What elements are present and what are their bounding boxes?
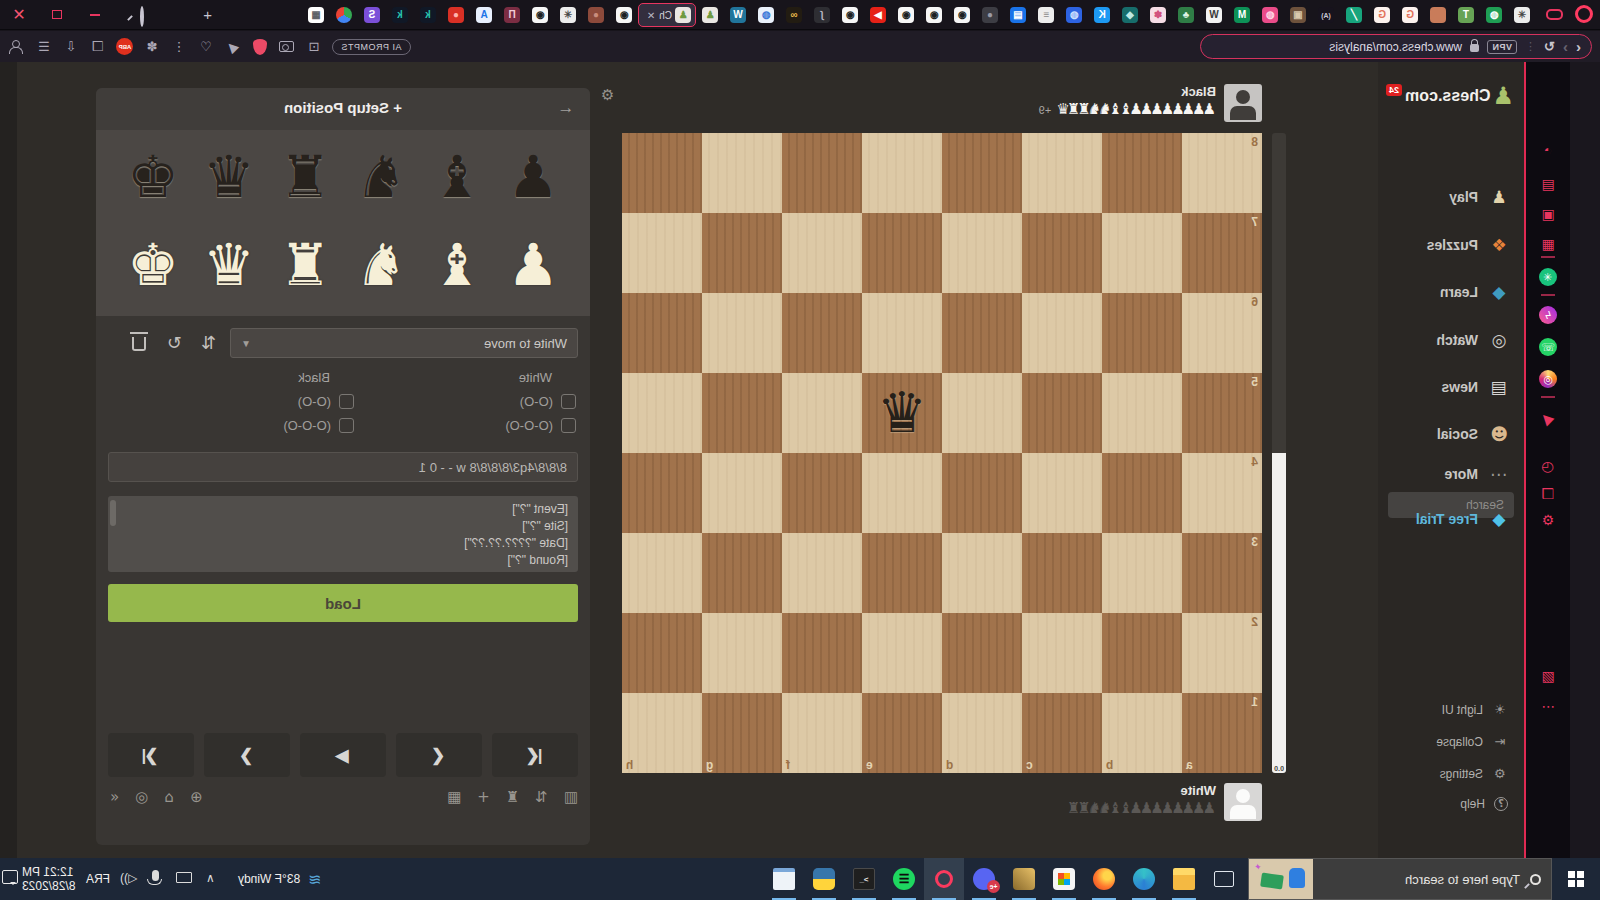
sidebar-item-social[interactable]: ☻Social	[1437, 423, 1510, 445]
palette-black-pawn[interactable]: ♟	[495, 134, 571, 220]
teal-k1-favicon: k	[420, 7, 436, 23]
social-icon: ☻	[1488, 423, 1510, 445]
board-square-b6[interactable]	[1102, 293, 1182, 373]
taskbar-apps: +e☰>_	[764, 858, 1244, 900]
sidebar-item-free-trial[interactable]: ◆Free Trial	[1416, 508, 1510, 530]
learn-icon: ◆	[1488, 281, 1510, 303]
analysis-report-icon[interactable]: ▥	[564, 788, 578, 806]
taskbar-app-discord[interactable]: +e	[964, 858, 1004, 900]
sidebar-item-learn[interactable]: ◆Learn	[1440, 281, 1510, 303]
sidebar-item-label: More	[1445, 466, 1478, 482]
active-tab-chesscom[interactable]: ♟Ch✕	[638, 3, 696, 27]
board-square-f7[interactable]	[782, 213, 862, 293]
sidebar-item-news[interactable]: ▤News	[1441, 376, 1510, 398]
gx-sidebar-gutter	[1570, 62, 1600, 858]
sidebar-footer-collapse[interactable]: ⇤Collapse	[1436, 734, 1508, 749]
active-tab-title: Ch	[659, 10, 672, 21]
tab-kde[interactable]: K	[1088, 3, 1116, 27]
green-m-favicon: M	[1234, 7, 1250, 23]
board-square-c6[interactable]	[1022, 293, 1102, 373]
black-piece-row: ♟♝♞♜♛♚	[115, 134, 571, 220]
board-square-h4[interactable]	[622, 453, 702, 533]
board-square-b2[interactable]	[1102, 613, 1182, 693]
tab-a-app[interactable]: (A)	[1312, 3, 1340, 27]
kde-favicon: K	[1094, 7, 1110, 23]
board-square-b4[interactable]	[1102, 453, 1182, 533]
white-captured-pieces: ♟♟♟♟♟♟♟♟♝♝♞♞♜♜	[1070, 799, 1216, 817]
tab-blue-globe[interactable]: ◍	[752, 3, 780, 27]
board-square-c2[interactable]	[1022, 613, 1102, 693]
board-square-f1[interactable]: f	[782, 693, 862, 773]
gx-corner-icon[interactable]	[1546, 9, 1563, 20]
black-captured-pieces: ♟♟♟♟♟♟♟♟♝♝♞♞♜♜♛+9	[1039, 100, 1216, 118]
sliders-icon[interactable]: ☰	[35, 38, 53, 56]
board-square-g7[interactable]	[702, 213, 782, 293]
move-navigation-buttons: |❮❮▶❯❯|	[108, 733, 578, 777]
gx-telegram-icon[interactable]: ▶	[1526, 408, 1570, 428]
board-square-a5[interactable]: 5	[1182, 373, 1262, 453]
tab-w-circle[interactable]: W	[1200, 3, 1228, 27]
palette-black-knight[interactable]: ♞	[343, 134, 419, 220]
tab-github-1[interactable]: ◉	[948, 3, 976, 27]
tab-teal-k1[interactable]: k	[414, 3, 442, 27]
board-square-d2[interactable]	[942, 613, 1022, 693]
gx-history-icon[interactable]: ◷	[1526, 456, 1570, 476]
board-square-e6[interactable]	[862, 293, 942, 373]
tab-chatgpt-2[interactable]: ✳	[554, 3, 582, 27]
file-label-a: a	[1186, 758, 1193, 772]
board-square-f5[interactable]	[782, 373, 862, 453]
white-player-name: White	[1181, 783, 1216, 798]
palette-white-rook[interactable]: ♜	[267, 222, 343, 308]
pgn-scrollbar-thumb[interactable]	[110, 500, 116, 526]
red-dot-favicon: ●	[448, 7, 464, 23]
board-square-c1[interactable]: c	[1022, 693, 1102, 773]
board-square-d5[interactable]	[942, 373, 1022, 453]
download-icon[interactable]: ⇩	[62, 38, 80, 56]
blue-dot-favicon: ◍	[1066, 7, 1082, 23]
taskbar-app-notepad[interactable]	[764, 858, 804, 900]
sidebar-item-label: Puzzles	[1427, 237, 1478, 253]
palette-white-pawn[interactable]: ♟	[495, 222, 571, 308]
tab-green-t[interactable]: T	[1452, 3, 1480, 27]
chess-tab-2-favicon: ♟	[702, 7, 718, 23]
gx-gx-corner-icon[interactable]: ◔	[1526, 140, 1570, 160]
board-square-d7[interactable]	[942, 213, 1022, 293]
turn-dropdown[interactable]: White to move ▼	[230, 328, 578, 358]
board-square-d1[interactable]: d	[942, 693, 1022, 773]
board-square-c8[interactable]	[1022, 133, 1102, 213]
ai-prompts-button[interactable]: AI PROMPTS	[332, 39, 411, 55]
go-start-button[interactable]: |❮	[492, 733, 578, 777]
taskbar-app-gold-app[interactable]	[1004, 858, 1044, 900]
panel-title: + Setup Position	[96, 99, 590, 116]
palette-black-queen[interactable]: ♛	[191, 134, 267, 220]
tab-integral[interactable]: ∫	[808, 3, 836, 27]
flip-board-icon[interactable]: ⇅	[535, 788, 548, 806]
pgn-line-1: [Event "?"]	[118, 501, 568, 518]
tray-expand-chevron[interactable]: ∧	[206, 871, 215, 885]
new-tab-button[interactable]: +	[203, 6, 212, 24]
board-square-d3[interactable]	[942, 533, 1022, 613]
board-square-b3[interactable]	[1102, 533, 1182, 613]
panel-header: ← + Setup Position	[96, 88, 590, 130]
board-square-e1[interactable]: e	[862, 693, 942, 773]
board-square-f6[interactable]	[782, 293, 862, 373]
tab-chess-tab-2[interactable]: ♟	[696, 3, 724, 27]
tab-github-2[interactable]: ◉	[920, 3, 948, 27]
board-square-c5[interactable]	[1022, 373, 1102, 453]
board-square-h3[interactable]	[622, 533, 702, 613]
leaf-favicon: ♣	[1178, 7, 1194, 23]
opera-gx-icon	[935, 870, 953, 888]
gx-settings-icon[interactable]: ⚙	[1526, 510, 1570, 530]
tab-search-icon[interactable]	[140, 8, 144, 26]
tab-github-6[interactable]: ◉	[526, 3, 554, 27]
board-square-e7[interactable]	[862, 213, 942, 293]
tab-pi-app[interactable]: Π	[498, 3, 526, 27]
tab-teal-k2[interactable]: k	[386, 3, 414, 27]
w-circle-favicon: W	[1206, 7, 1222, 23]
taskbar-app-ms-store[interactable]	[1044, 858, 1084, 900]
tab-gdocs-2[interactable]: G	[1368, 3, 1396, 27]
white-castling-column: White (O-O) (O-O-O)	[505, 370, 576, 433]
board-square-a7[interactable]: 7	[1182, 213, 1262, 293]
board-square-a6[interactable]: 6	[1182, 293, 1262, 373]
sidebar-item-more[interactable]: ⋯More	[1445, 463, 1510, 485]
rank-label-7: 7	[1251, 215, 1258, 229]
board-square-g4[interactable]	[702, 453, 782, 533]
tab-wordpress[interactable]: W	[724, 3, 752, 27]
sidebar-item-puzzles[interactable]: ❖Puzzles	[1427, 234, 1510, 256]
taskbar-search-placeholder: Type here to search	[1323, 872, 1520, 887]
threats-icon[interactable]: ♜	[506, 788, 519, 806]
microphone-tray-icon[interactable]	[152, 870, 159, 881]
board-square-h1[interactable]: h	[622, 693, 702, 773]
logo-pawn-icon: ♟	[1492, 84, 1514, 108]
github-5-favicon: ◉	[616, 7, 632, 23]
file-explorer-icon	[1173, 868, 1195, 890]
board-square-a1[interactable]: 1a	[1182, 693, 1262, 773]
heart-icon[interactable]: ♡	[197, 38, 215, 56]
taskbar-app-firefox[interactable]	[1084, 858, 1124, 900]
share-icon[interactable]: «	[110, 788, 119, 806]
gx-gx-control-icon[interactable]: ▦	[1526, 234, 1570, 254]
taskbar-weather[interactable]: ≋ 83°F Windy	[238, 858, 322, 900]
play-icon: ♟	[1488, 186, 1510, 208]
rank-label-3: 3	[1251, 535, 1258, 549]
gx-extensions-icon[interactable]: ❒	[1526, 484, 1570, 504]
board-square-f4[interactable]	[782, 453, 862, 533]
board-square-f3[interactable]	[782, 533, 862, 613]
tab-youtube[interactable]: ▶	[864, 3, 892, 27]
tab-github-5[interactable]: ◉	[610, 3, 638, 27]
board-square-d6[interactable]	[942, 293, 1022, 373]
board-square-e5[interactable]: ♛	[862, 373, 942, 453]
tab-gray-app[interactable]: ●	[976, 3, 1004, 27]
tab-shield-app[interactable]: ◆	[1116, 3, 1144, 27]
board-square-a3[interactable]: 3	[1182, 533, 1262, 613]
ai-flower-icon[interactable]: ✽	[143, 38, 161, 56]
palette-black-king[interactable]: ♚	[115, 134, 191, 220]
board-square-f2[interactable]	[782, 613, 862, 693]
taskbar-app-task-view[interactable]	[1204, 858, 1244, 900]
taskbar-app-file-explorer[interactable]	[1164, 858, 1204, 900]
white-queenside-checkbox[interactable]	[561, 418, 576, 433]
tab-strip: ✳◍TGG╱(A)▣◍MW♣✽◆K◍≡▤●◉◉◉▶◉∫∞◍W♟♟Ch✕◉●✳◉Π…	[302, 2, 1536, 28]
palette-black-rook[interactable]: ♜	[267, 134, 343, 220]
board-square-c4[interactable]	[1022, 453, 1102, 533]
board-square-b1[interactable]: b	[1102, 693, 1182, 773]
board-square-e2[interactable]	[862, 613, 942, 693]
vpn-badge[interactable]: VPN	[1487, 40, 1517, 54]
chesscom-logo[interactable]: ♟ Chess.com 24	[1386, 84, 1514, 108]
green-globe-favicon: ◍	[1486, 7, 1502, 23]
tab-close-icon[interactable]: ✕	[647, 10, 655, 21]
tab-red-dot[interactable]: ●	[442, 3, 470, 27]
board-square-g8[interactable]	[702, 133, 782, 213]
cube-icon[interactable]: ❒	[89, 38, 107, 56]
reset-board-icon[interactable]: ↻	[167, 332, 182, 353]
tab-gdocs-1[interactable]: G	[1396, 3, 1424, 27]
add-piece-icon[interactable]: +	[477, 788, 490, 806]
adblock-icon[interactable]: ABP	[116, 38, 134, 56]
board-square-a8[interactable]: 8	[1182, 133, 1262, 213]
taskbar-app-cmd[interactable]: >_	[844, 858, 884, 900]
start-button[interactable]	[1552, 858, 1600, 900]
chatgpt-favicon: ✳	[1514, 7, 1530, 23]
board-square-e3[interactable]	[862, 533, 942, 613]
taskbar-app-opera-gx[interactable]	[924, 858, 964, 900]
gx-divider-1	[1541, 256, 1555, 258]
tab-photo[interactable]: ▣	[1284, 3, 1312, 27]
board-square-a2[interactable]: 2	[1182, 613, 1262, 693]
gx-sidebar: ◔▤▣▦✳ϟ☏◎▶◷❒⚙▨⋯	[1526, 62, 1570, 858]
person-shape	[10, 40, 24, 54]
board-square-c7[interactable]	[1022, 213, 1102, 293]
board-square-g2[interactable]	[702, 613, 782, 693]
chesscom-sidebar: ♟ Chess.com 24 Search ♟Play❖Puzzles◆Lear…	[1378, 62, 1524, 858]
board-square-b7[interactable]	[1102, 213, 1182, 293]
palette-white-king[interactable]: ♚	[115, 222, 191, 308]
action-center-icon[interactable]	[2, 870, 18, 884]
rank-label-8: 8	[1251, 135, 1258, 149]
board-square-e4[interactable]	[862, 453, 942, 533]
palette-white-knight[interactable]: ♞	[343, 222, 419, 308]
tab-purple-s[interactable]: S	[358, 3, 386, 27]
tab-dribbble[interactable]: ◍	[1256, 3, 1284, 27]
board-square-h2[interactable]	[622, 613, 702, 693]
board-square-h8[interactable]	[622, 133, 702, 213]
task-view-icon	[1214, 871, 1234, 887]
board-square-a4[interactable]: 4	[1182, 453, 1262, 533]
tab-github-4[interactable]: ◉	[836, 3, 864, 27]
board-square-b8[interactable]	[1102, 133, 1182, 213]
github-2-favicon: ◉	[926, 7, 942, 23]
chevron-down-icon: ▼	[241, 338, 251, 349]
speaker-tray-icon[interactable]: ◁))	[120, 871, 137, 885]
tab-blue-dot[interactable]: ◍	[1060, 3, 1088, 27]
white-avatar[interactable]	[1224, 783, 1262, 821]
search-highlight-illustration[interactable]: ✦	[1249, 858, 1313, 900]
fen-input[interactable]: 8/8/8/4q3/8/8/8/8 w - - 0 1	[108, 452, 578, 482]
black-castling-column: Black (O-O) (O-O-O)	[283, 370, 354, 433]
black-kingside-checkbox[interactable]	[339, 394, 354, 409]
prev-move-button[interactable]: ❮	[396, 733, 482, 777]
gx-wallpapers-icon[interactable]: ▨	[1526, 666, 1570, 686]
black-avatar[interactable]	[1224, 84, 1262, 122]
board-square-b5[interactable]	[1102, 373, 1182, 453]
forward-button[interactable]: ›	[1563, 39, 1568, 54]
browser-tab-bar: ✳◍TGG╱(A)▣◍MW♣✽◆K◍≡▤●◉◉◉▶◉∫∞◍W♟♟Ch✕◉●✳◉Π…	[0, 0, 1600, 30]
cmd-icon: >_	[853, 868, 875, 890]
board-square-d4[interactable]	[942, 453, 1022, 533]
tab-green-globe[interactable]: ◍	[1480, 3, 1508, 27]
board-square-g5[interactable]	[702, 373, 782, 453]
snapshot-icon[interactable]: ⊡	[305, 38, 323, 56]
profile-icon[interactable]	[8, 38, 26, 56]
board-square-h6[interactable]	[622, 293, 702, 373]
send-plane-icon[interactable]: ▶	[224, 38, 242, 56]
tab-anime[interactable]	[1424, 3, 1452, 27]
github-1-favicon: ◉	[954, 7, 970, 23]
gdocs-2-favicon: G	[1374, 7, 1390, 23]
window-close-button[interactable]: ✕	[0, 0, 38, 29]
tab-github-3[interactable]: ◉	[892, 3, 920, 27]
file-label-f: f	[786, 758, 790, 772]
vpn-shield-icon[interactable]	[251, 38, 269, 56]
wordpress-favicon: W	[730, 7, 746, 23]
castling-white-header: White	[505, 370, 552, 385]
news-icon: ▤	[1488, 376, 1510, 398]
language-indicator[interactable]: FRA	[86, 872, 110, 886]
black-queenside-label: (O-O-O)	[283, 418, 331, 433]
sidebar-footer-help[interactable]: ?Help	[1460, 797, 1508, 811]
pgn-line-3: [Date "????.??.??"]	[118, 535, 568, 552]
pgn-textarea[interactable]: [Event "?"][Site "?"][Date "????.??.??"]…	[108, 496, 578, 572]
tab-green-m[interactable]: M	[1228, 3, 1256, 27]
taskbar-app-python[interactable]	[804, 858, 844, 900]
white-kingside-checkbox[interactable]	[561, 394, 576, 409]
window-maximize-button[interactable]	[38, 0, 76, 29]
more-icon: ⋯	[1488, 463, 1510, 485]
tab-chart[interactable]: ╱	[1340, 3, 1368, 27]
back-button[interactable]: ‹	[1576, 39, 1581, 54]
gx-instagram-icon[interactable]: ◎	[1539, 370, 1557, 388]
taskbar-app-edge[interactable]	[1124, 858, 1164, 900]
board-square-h5[interactable]	[622, 373, 702, 453]
board-editor-icon[interactable]: ▦	[447, 788, 461, 806]
tab-chatgpt[interactable]: ✳	[1508, 3, 1536, 27]
display-tray-icon[interactable]	[176, 872, 192, 883]
piece-black-queen[interactable]: ♛	[862, 373, 942, 453]
integral-favicon: ∫	[814, 7, 830, 23]
free-trial-icon: ◆	[1488, 508, 1510, 530]
taskbar-clock[interactable]: 12:21 PM 8/28/2023	[22, 865, 75, 893]
play-forward-button[interactable]: ▶	[300, 733, 386, 777]
go-end-button[interactable]: ❯|	[108, 733, 194, 777]
board-square-f8[interactable]	[782, 133, 862, 213]
puzzles-icon: ❖	[1488, 234, 1510, 256]
board-square-g1[interactable]: g	[702, 693, 782, 773]
overflow-dots-icon[interactable]: ⋮	[170, 38, 188, 56]
flip-board-icon[interactable]: ⇅	[201, 332, 216, 353]
tab-infinity[interactable]: ∞	[780, 3, 808, 27]
brown-dot-favicon: ●	[588, 7, 604, 23]
board-square-c3[interactable]	[1022, 533, 1102, 613]
white-piece-row: ♟♝♞♜♛♚	[115, 222, 571, 308]
edge-icon	[1133, 868, 1155, 890]
address-bar[interactable]: ‹ › ↻ ⋮ VPN www.chess.com/analysis	[1200, 34, 1592, 59]
zoom-icon[interactable]: ⊕	[190, 788, 203, 806]
collapse-icon: ⇤	[1492, 734, 1508, 749]
next-move-button[interactable]: ❯	[204, 733, 290, 777]
load-button[interactable]: Load	[108, 584, 578, 622]
tab-blue-sq[interactable]: ▤	[1004, 3, 1032, 27]
window-minimize-button[interactable]	[76, 0, 114, 29]
ms-store-icon	[1053, 868, 1075, 890]
sidebar-footer-light-ui[interactable]: ☀Light UI	[1442, 702, 1508, 717]
board-square-e8[interactable]	[862, 133, 942, 213]
black-queenside-checkbox[interactable]	[339, 418, 354, 433]
board-settings-gear-icon[interactable]: ⚙	[601, 86, 614, 104]
reload-button[interactable]: ↻	[1544, 40, 1555, 53]
sidebar-footer-settings[interactable]: ⚙Settings	[1440, 766, 1508, 781]
material-score: +9	[1039, 104, 1052, 116]
tab-grid[interactable]: ▦	[302, 3, 330, 27]
weather-text: 83°F Windy	[238, 872, 300, 886]
taskbar-app-spotify[interactable]: ☰	[884, 858, 924, 900]
sidebar-item-watch[interactable]: ◎Watch	[1437, 329, 1510, 351]
sidebar-item-label: Watch	[1437, 332, 1478, 348]
sidebar-item-label: News	[1441, 379, 1478, 395]
tab-leaf[interactable]: ♣	[1172, 3, 1200, 27]
tab-brown-dot[interactable]: ●	[582, 3, 610, 27]
camera-icon[interactable]	[278, 38, 296, 56]
tab-chrome[interactable]	[330, 3, 358, 27]
board-square-d8[interactable]	[942, 133, 1022, 213]
tab-flower[interactable]: ✽	[1144, 3, 1172, 27]
extension-cluster: AI PROMPTS ⊡▶♡⋮✽ABP❒⇩☰	[8, 34, 411, 59]
sidebar-item-play[interactable]: ♟Play	[1449, 186, 1510, 208]
opera-menu-icon[interactable]	[1575, 5, 1593, 23]
taskbar-search-box[interactable]: Type here to search ✦	[1248, 858, 1552, 900]
gx-messenger-icon[interactable]: ϟ	[1539, 306, 1557, 324]
palette-white-queen[interactable]: ♛	[191, 222, 267, 308]
gx-whatsapp-icon[interactable]: ☏	[1539, 338, 1557, 356]
board-square-g6[interactable]	[702, 293, 782, 373]
eval-score: 0.0	[1272, 765, 1286, 772]
record-icon[interactable]: ◎	[135, 788, 148, 806]
file-label-h: h	[626, 758, 633, 772]
palette-white-bishop[interactable]: ♝	[419, 222, 495, 308]
gx-gx-store-icon[interactable]: ▤	[1526, 174, 1570, 194]
explorer-library-icon[interactable]: ⌂	[164, 788, 174, 806]
tab-doc[interactable]: ≡	[1032, 3, 1060, 27]
github-4-favicon: ◉	[842, 7, 858, 23]
url-text[interactable]: www.chess.com/analysis	[1329, 40, 1462, 54]
gx-aria-chatgpt-icon[interactable]: ✳	[1539, 268, 1557, 286]
gx-twitch-icon[interactable]: ▣	[1526, 204, 1570, 224]
gx-more-icon[interactable]: ⋯	[1526, 696, 1570, 716]
palette-black-bishop[interactable]: ♝	[419, 134, 495, 220]
page-scrollbar[interactable]	[0, 62, 17, 858]
logo-text: Chess.com	[1405, 87, 1490, 105]
board-square-h7[interactable]	[622, 213, 702, 293]
tab-blue-a[interactable]: A	[470, 3, 498, 27]
clear-board-trash-icon[interactable]	[132, 337, 146, 351]
board-square-g3[interactable]	[702, 533, 782, 613]
